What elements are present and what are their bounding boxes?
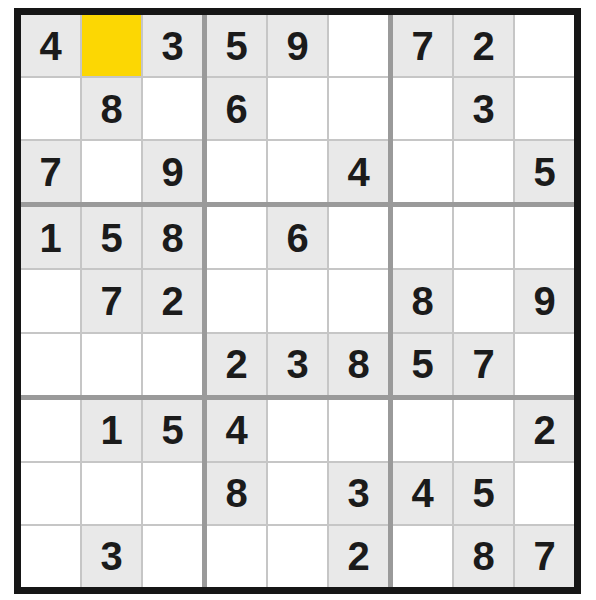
sudoku-cell-r1c4[interactable]: 5	[207, 15, 266, 76]
sudoku-cell-r8c2[interactable]	[82, 463, 141, 524]
sudoku-cell-r9c7[interactable]	[393, 526, 452, 587]
sudoku-cell-r9c6[interactable]: 2	[329, 526, 388, 587]
sudoku-box-3-2: 4832	[207, 400, 388, 587]
sudoku-box-1-1: 43879	[21, 15, 202, 202]
sudoku-cell-r2c2[interactable]: 8	[82, 78, 141, 139]
sudoku-cell-r6c5[interactable]: 3	[268, 334, 327, 395]
sudoku-cell-r3c8[interactable]	[454, 141, 513, 202]
sudoku-cell-r9c9[interactable]: 7	[515, 526, 574, 587]
sudoku-box-1-3: 7235	[393, 15, 574, 202]
sudoku-cell-r7c8[interactable]	[454, 400, 513, 461]
sudoku-cell-r7c7[interactable]	[393, 400, 452, 461]
sudoku-cell-r4c7[interactable]	[393, 207, 452, 268]
sudoku-cell-r1c5[interactable]: 9	[268, 15, 327, 76]
sudoku-cell-r8c3[interactable]	[143, 463, 202, 524]
sudoku-cell-r6c8[interactable]: 7	[454, 334, 513, 395]
sudoku-cell-r3c6[interactable]: 4	[329, 141, 388, 202]
sudoku-cell-r1c2[interactable]	[82, 15, 141, 76]
sudoku-cell-r2c4[interactable]: 6	[207, 78, 266, 139]
sudoku-cell-r7c1[interactable]	[21, 400, 80, 461]
sudoku-box-2-1: 15872	[21, 207, 202, 394]
sudoku-cell-r4c2[interactable]: 5	[82, 207, 141, 268]
sudoku-cell-r5c8[interactable]	[454, 270, 513, 331]
sudoku-cell-r5c1[interactable]	[21, 270, 80, 331]
sudoku-cell-r6c4[interactable]: 2	[207, 334, 266, 395]
sudoku-cell-r7c9[interactable]: 2	[515, 400, 574, 461]
sudoku-cell-r5c5[interactable]	[268, 270, 327, 331]
sudoku-cell-r2c5[interactable]	[268, 78, 327, 139]
sudoku-cell-r2c9[interactable]	[515, 78, 574, 139]
sudoku-board: 43879596472351587262388957153483224587	[14, 8, 581, 594]
sudoku-cell-r2c6[interactable]	[329, 78, 388, 139]
sudoku-cell-r9c8[interactable]: 8	[454, 526, 513, 587]
sudoku-cell-r8c7[interactable]: 4	[393, 463, 452, 524]
sudoku-cell-r8c4[interactable]: 8	[207, 463, 266, 524]
sudoku-cell-r2c7[interactable]	[393, 78, 452, 139]
sudoku-cell-r2c8[interactable]: 3	[454, 78, 513, 139]
sudoku-cell-r6c2[interactable]	[82, 334, 141, 395]
sudoku-cell-r5c2[interactable]: 7	[82, 270, 141, 331]
sudoku-cell-r3c2[interactable]	[82, 141, 141, 202]
sudoku-cell-r4c9[interactable]	[515, 207, 574, 268]
sudoku-cell-r7c2[interactable]: 1	[82, 400, 141, 461]
sudoku-cell-r7c3[interactable]: 5	[143, 400, 202, 461]
sudoku-cell-r1c7[interactable]: 7	[393, 15, 452, 76]
sudoku-cell-r4c1[interactable]: 1	[21, 207, 80, 268]
sudoku-cell-r4c5[interactable]: 6	[268, 207, 327, 268]
sudoku-cell-r3c1[interactable]: 7	[21, 141, 80, 202]
sudoku-cell-r5c7[interactable]: 8	[393, 270, 452, 331]
sudoku-cell-r7c5[interactable]	[268, 400, 327, 461]
sudoku-cell-r4c4[interactable]	[207, 207, 266, 268]
sudoku-cell-r7c4[interactable]: 4	[207, 400, 266, 461]
sudoku-cell-r2c3[interactable]	[143, 78, 202, 139]
sudoku-cell-r8c8[interactable]: 5	[454, 463, 513, 524]
sudoku-cell-r5c3[interactable]: 2	[143, 270, 202, 331]
sudoku-cell-r8c9[interactable]	[515, 463, 574, 524]
sudoku-box-1-2: 5964	[207, 15, 388, 202]
sudoku-cell-r9c4[interactable]	[207, 526, 266, 587]
sudoku-box-3-1: 153	[21, 400, 202, 587]
sudoku-cell-r5c6[interactable]	[329, 270, 388, 331]
sudoku-cell-r8c6[interactable]: 3	[329, 463, 388, 524]
sudoku-cell-r6c1[interactable]	[21, 334, 80, 395]
sudoku-cell-r9c2[interactable]: 3	[82, 526, 141, 587]
sudoku-cell-r8c5[interactable]	[268, 463, 327, 524]
sudoku-cell-r5c4[interactable]	[207, 270, 266, 331]
sudoku-cell-r4c8[interactable]	[454, 207, 513, 268]
sudoku-cell-r6c9[interactable]	[515, 334, 574, 395]
sudoku-cell-r6c3[interactable]	[143, 334, 202, 395]
sudoku-cell-r7c6[interactable]	[329, 400, 388, 461]
sudoku-cell-r4c3[interactable]: 8	[143, 207, 202, 268]
sudoku-cell-r1c3[interactable]: 3	[143, 15, 202, 76]
sudoku-cell-r3c4[interactable]	[207, 141, 266, 202]
sudoku-cell-r3c9[interactable]: 5	[515, 141, 574, 202]
sudoku-cell-r1c6[interactable]	[329, 15, 388, 76]
sudoku-cell-r5c9[interactable]: 9	[515, 270, 574, 331]
sudoku-box-2-2: 6238	[207, 207, 388, 394]
sudoku-cell-r9c5[interactable]	[268, 526, 327, 587]
sudoku-cell-r3c7[interactable]	[393, 141, 452, 202]
sudoku-cell-r3c5[interactable]	[268, 141, 327, 202]
sudoku-cell-r2c1[interactable]	[21, 78, 80, 139]
sudoku-cell-r4c6[interactable]	[329, 207, 388, 268]
sudoku-cell-r1c9[interactable]	[515, 15, 574, 76]
sudoku-cell-r6c7[interactable]: 5	[393, 334, 452, 395]
sudoku-box-2-3: 8957	[393, 207, 574, 394]
sudoku-cell-r1c1[interactable]: 4	[21, 15, 80, 76]
sudoku-cell-r1c8[interactable]: 2	[454, 15, 513, 76]
sudoku-cell-r9c3[interactable]	[143, 526, 202, 587]
sudoku-cell-r9c1[interactable]	[21, 526, 80, 587]
sudoku-cell-r6c6[interactable]: 8	[329, 334, 388, 395]
sudoku-box-3-3: 24587	[393, 400, 574, 587]
sudoku-cell-r8c1[interactable]	[21, 463, 80, 524]
sudoku-cell-r3c3[interactable]: 9	[143, 141, 202, 202]
